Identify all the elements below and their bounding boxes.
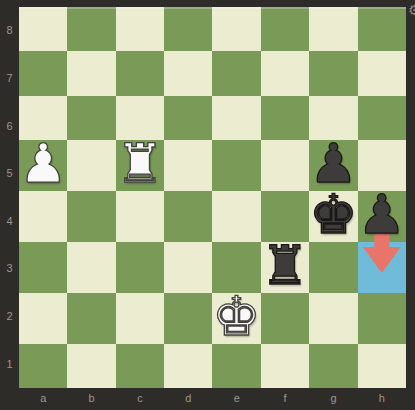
square-b6[interactable] bbox=[67, 96, 115, 140]
square-h5[interactable] bbox=[358, 140, 406, 191]
square-f2[interactable] bbox=[261, 293, 309, 344]
black-pawn-h4[interactable]: ♟ bbox=[358, 188, 406, 242]
square-g5[interactable]: ♟ bbox=[309, 140, 357, 191]
square-h4[interactable]: ♟ bbox=[358, 191, 406, 242]
square-a5[interactable]: ♟ bbox=[19, 140, 67, 191]
square-h1[interactable] bbox=[358, 344, 406, 388]
rank-label-1: 1 bbox=[0, 340, 19, 388]
chess-board: ♟♜♟♚♟♜♚ bbox=[19, 7, 406, 388]
rank-label-8: 8 bbox=[0, 7, 19, 55]
square-b1[interactable] bbox=[67, 344, 115, 388]
square-d6[interactable] bbox=[164, 96, 212, 140]
file-label-b: b bbox=[67, 388, 115, 408]
square-e3[interactable] bbox=[212, 242, 260, 293]
chess-app-canvas: 87654321 ♟♜♟♚♟♜♚ abcdefgh ⚙ bbox=[0, 0, 415, 410]
hint-highlight-square-h3[interactable] bbox=[358, 242, 406, 293]
square-f8[interactable] bbox=[261, 7, 309, 51]
square-c8[interactable] bbox=[116, 7, 164, 51]
square-d2[interactable] bbox=[164, 293, 212, 344]
square-g1[interactable] bbox=[309, 344, 357, 388]
square-a1[interactable] bbox=[19, 344, 67, 388]
file-label-h: h bbox=[358, 388, 406, 408]
rank-labels: 87654321 bbox=[0, 7, 19, 388]
square-a3[interactable] bbox=[19, 242, 67, 293]
square-d7[interactable] bbox=[164, 51, 212, 95]
square-a8[interactable] bbox=[19, 7, 67, 51]
square-f6[interactable] bbox=[261, 96, 309, 140]
square-c6[interactable] bbox=[116, 96, 164, 140]
square-b2[interactable] bbox=[67, 293, 115, 344]
rank-label-7: 7 bbox=[0, 55, 19, 103]
square-e4[interactable] bbox=[212, 191, 260, 242]
file-labels: abcdefgh bbox=[19, 388, 406, 408]
square-a4[interactable] bbox=[19, 191, 67, 242]
square-d8[interactable] bbox=[164, 7, 212, 51]
square-d4[interactable] bbox=[164, 191, 212, 242]
rank-label-3: 3 bbox=[0, 245, 19, 293]
square-e7[interactable] bbox=[212, 51, 260, 95]
square-c3[interactable] bbox=[116, 242, 164, 293]
white-king-e2[interactable]: ♚ bbox=[212, 290, 260, 344]
rank-label-2: 2 bbox=[0, 293, 19, 341]
square-d5[interactable] bbox=[164, 140, 212, 191]
square-e1[interactable] bbox=[212, 344, 260, 388]
square-g4[interactable]: ♚ bbox=[309, 191, 357, 242]
black-rook-f3[interactable]: ♜ bbox=[261, 239, 309, 293]
square-a2[interactable] bbox=[19, 293, 67, 344]
square-f5[interactable] bbox=[261, 140, 309, 191]
white-pawn-a5[interactable]: ♟ bbox=[19, 137, 67, 191]
black-king-g4[interactable]: ♚ bbox=[309, 188, 357, 242]
rank-label-4: 4 bbox=[0, 198, 19, 246]
file-label-e: e bbox=[213, 388, 261, 408]
square-g2[interactable] bbox=[309, 293, 357, 344]
file-label-f: f bbox=[261, 388, 309, 408]
rank-label-6: 6 bbox=[0, 102, 19, 150]
square-c4[interactable] bbox=[116, 191, 164, 242]
square-a7[interactable] bbox=[19, 51, 67, 95]
square-e8[interactable] bbox=[212, 7, 260, 51]
square-h2[interactable] bbox=[358, 293, 406, 344]
square-e6[interactable] bbox=[212, 96, 260, 140]
square-d1[interactable] bbox=[164, 344, 212, 388]
square-h7[interactable] bbox=[358, 51, 406, 95]
square-f3[interactable]: ♜ bbox=[261, 242, 309, 293]
file-label-g: g bbox=[309, 388, 357, 408]
square-h6[interactable] bbox=[358, 96, 406, 140]
file-label-c: c bbox=[116, 388, 164, 408]
square-f7[interactable] bbox=[261, 51, 309, 95]
square-b3[interactable] bbox=[67, 242, 115, 293]
square-e5[interactable] bbox=[212, 140, 260, 191]
square-g6[interactable] bbox=[309, 96, 357, 140]
square-b4[interactable] bbox=[67, 191, 115, 242]
square-b7[interactable] bbox=[67, 51, 115, 95]
square-g3[interactable] bbox=[309, 242, 357, 293]
square-e2[interactable]: ♚ bbox=[212, 293, 260, 344]
square-a6[interactable] bbox=[19, 96, 67, 140]
file-label-a: a bbox=[19, 388, 67, 408]
square-b5[interactable] bbox=[67, 140, 115, 191]
settings-gear-icon[interactable]: ⚙ bbox=[408, 3, 415, 17]
square-h8[interactable] bbox=[358, 7, 406, 51]
white-rook-c5[interactable]: ♜ bbox=[116, 137, 164, 191]
square-b8[interactable] bbox=[67, 7, 115, 51]
black-pawn-g5[interactable]: ♟ bbox=[309, 137, 357, 191]
square-f1[interactable] bbox=[261, 344, 309, 388]
square-c7[interactable] bbox=[116, 51, 164, 95]
square-c1[interactable] bbox=[116, 344, 164, 388]
square-d3[interactable] bbox=[164, 242, 212, 293]
square-c2[interactable] bbox=[116, 293, 164, 344]
square-g7[interactable] bbox=[309, 51, 357, 95]
square-g8[interactable] bbox=[309, 7, 357, 51]
square-f4[interactable] bbox=[261, 191, 309, 242]
file-label-d: d bbox=[164, 388, 212, 408]
square-c5[interactable]: ♜ bbox=[116, 140, 164, 191]
rank-label-5: 5 bbox=[0, 150, 19, 198]
